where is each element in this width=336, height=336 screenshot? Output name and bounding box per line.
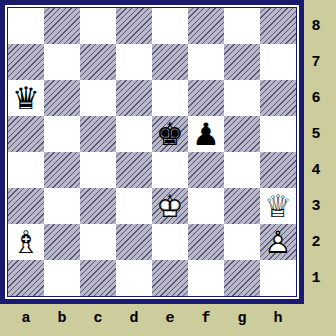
white-queen[interactable]: ♛♕ <box>260 188 296 224</box>
square-c4[interactable] <box>80 152 116 188</box>
white-bishop[interactable]: ♝♗ <box>8 224 44 260</box>
square-d7[interactable] <box>116 44 152 80</box>
square-a1[interactable] <box>8 260 44 296</box>
square-g1[interactable] <box>224 260 260 296</box>
rank-label-8: 8 <box>303 8 329 44</box>
square-e8[interactable] <box>152 8 188 44</box>
square-a5[interactable] <box>8 116 44 152</box>
square-g5[interactable] <box>224 116 260 152</box>
square-e7[interactable] <box>152 44 188 80</box>
file-label-h: h <box>260 304 296 332</box>
square-h5[interactable] <box>260 116 296 152</box>
square-b4[interactable] <box>44 152 80 188</box>
square-e3[interactable]: ♚♔ <box>152 188 188 224</box>
black-king[interactable]: ♚ <box>152 116 188 152</box>
file-label-e: e <box>152 304 188 332</box>
square-f2[interactable] <box>188 224 224 260</box>
square-e1[interactable] <box>152 260 188 296</box>
square-a7[interactable] <box>8 44 44 80</box>
rank-label-6: 6 <box>303 80 329 116</box>
board-frame: ♛♚♟♚♔♛♕♝♗♟♙ <box>0 0 304 304</box>
square-c7[interactable] <box>80 44 116 80</box>
square-f8[interactable] <box>188 8 224 44</box>
file-label-a: a <box>8 304 44 332</box>
file-label-f: f <box>188 304 224 332</box>
file-label-b: b <box>44 304 80 332</box>
square-b1[interactable] <box>44 260 80 296</box>
square-f5[interactable]: ♟ <box>188 116 224 152</box>
square-a6[interactable]: ♛ <box>8 80 44 116</box>
square-c8[interactable] <box>80 8 116 44</box>
square-c2[interactable] <box>80 224 116 260</box>
square-h8[interactable] <box>260 8 296 44</box>
square-b7[interactable] <box>44 44 80 80</box>
square-b2[interactable] <box>44 224 80 260</box>
square-e4[interactable] <box>152 152 188 188</box>
board-inner-border: ♛♚♟♚♔♛♕♝♗♟♙ <box>5 5 299 299</box>
square-g7[interactable] <box>224 44 260 80</box>
square-d8[interactable] <box>116 8 152 44</box>
rank-labels: 87654321 <box>303 8 329 296</box>
chess-diagram: ♛♚♟♚♔♛♕♝♗♟♙ 87654321 abcdefgh <box>0 0 336 336</box>
square-b3[interactable] <box>44 188 80 224</box>
square-g4[interactable] <box>224 152 260 188</box>
square-g8[interactable] <box>224 8 260 44</box>
square-g3[interactable] <box>224 188 260 224</box>
square-b8[interactable] <box>44 8 80 44</box>
square-d1[interactable] <box>116 260 152 296</box>
rank-label-3: 3 <box>303 188 329 224</box>
square-f6[interactable] <box>188 80 224 116</box>
square-g6[interactable] <box>224 80 260 116</box>
square-c5[interactable] <box>80 116 116 152</box>
square-a4[interactable] <box>8 152 44 188</box>
square-f4[interactable] <box>188 152 224 188</box>
black-queen[interactable]: ♛ <box>8 80 44 116</box>
file-label-g: g <box>224 304 260 332</box>
white-pawn[interactable]: ♟♙ <box>260 224 296 260</box>
square-c6[interactable] <box>80 80 116 116</box>
file-label-d: d <box>116 304 152 332</box>
square-h3[interactable]: ♛♕ <box>260 188 296 224</box>
square-f7[interactable] <box>188 44 224 80</box>
square-d2[interactable] <box>116 224 152 260</box>
square-d4[interactable] <box>116 152 152 188</box>
square-e6[interactable] <box>152 80 188 116</box>
square-g2[interactable] <box>224 224 260 260</box>
square-a2[interactable]: ♝♗ <box>8 224 44 260</box>
square-e2[interactable] <box>152 224 188 260</box>
black-pawn[interactable]: ♟ <box>188 116 224 152</box>
square-a8[interactable] <box>8 8 44 44</box>
rank-label-5: 5 <box>303 116 329 152</box>
rank-label-7: 7 <box>303 44 329 80</box>
chess-board: ♛♚♟♚♔♛♕♝♗♟♙ <box>7 7 297 297</box>
square-f3[interactable] <box>188 188 224 224</box>
file-labels: abcdefgh <box>8 304 296 332</box>
square-d6[interactable] <box>116 80 152 116</box>
square-h1[interactable] <box>260 260 296 296</box>
rank-label-4: 4 <box>303 152 329 188</box>
square-h7[interactable] <box>260 44 296 80</box>
square-c1[interactable] <box>80 260 116 296</box>
square-b6[interactable] <box>44 80 80 116</box>
square-c3[interactable] <box>80 188 116 224</box>
square-h2[interactable]: ♟♙ <box>260 224 296 260</box>
square-f1[interactable] <box>188 260 224 296</box>
square-b5[interactable] <box>44 116 80 152</box>
square-d5[interactable] <box>116 116 152 152</box>
white-king[interactable]: ♚♔ <box>152 188 188 224</box>
square-h4[interactable] <box>260 152 296 188</box>
square-a3[interactable] <box>8 188 44 224</box>
square-d3[interactable] <box>116 188 152 224</box>
square-e5[interactable]: ♚ <box>152 116 188 152</box>
rank-label-1: 1 <box>303 260 329 296</box>
rank-label-2: 2 <box>303 224 329 260</box>
square-h6[interactable] <box>260 80 296 116</box>
file-label-c: c <box>80 304 116 332</box>
